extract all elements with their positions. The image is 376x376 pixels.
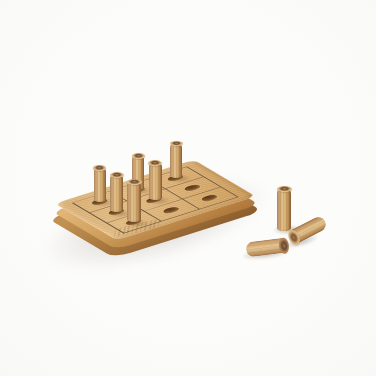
loose-peg-standing[interactable] [277,189,291,231]
peg-hole [183,184,203,192]
peg-hole [200,194,220,202]
peg-2-0[interactable] [127,182,141,222]
peg-1-1[interactable] [149,163,162,200]
peg-0-0[interactable] [94,168,106,202]
product-photo-scene [0,0,376,376]
peg-hole [162,206,182,214]
peg-0-2[interactable] [170,144,182,178]
peg-1-0[interactable] [110,175,123,212]
